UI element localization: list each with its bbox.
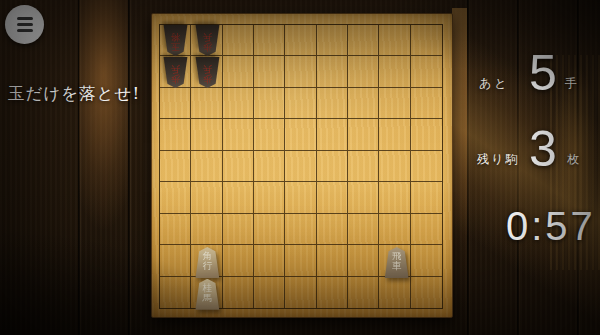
shogi-piece-8h[interactable]: 角行 xyxy=(194,247,221,278)
board-cell xyxy=(223,119,254,150)
board-cell xyxy=(411,88,442,119)
board-cell xyxy=(223,214,254,245)
board-cell xyxy=(160,182,191,213)
board-cell xyxy=(317,88,348,119)
board-cell xyxy=(348,88,379,119)
board-grid: 玉将歩兵歩兵歩兵角行飛車桂馬 xyxy=(159,24,443,309)
remaining-pieces-value: 3 xyxy=(529,124,557,174)
board-cell xyxy=(317,119,348,150)
board-cell xyxy=(379,151,410,182)
board-cell xyxy=(223,56,254,87)
background-plank-seam xyxy=(128,0,130,335)
board-cell xyxy=(254,245,285,276)
board-cell xyxy=(411,151,442,182)
board-cell xyxy=(223,245,254,276)
board-cell xyxy=(254,214,285,245)
board-cell xyxy=(191,182,222,213)
board-cell xyxy=(160,277,191,308)
board-cell xyxy=(348,277,379,308)
board-cell xyxy=(411,245,442,276)
shogi-piece-8i[interactable]: 桂馬 xyxy=(194,279,221,310)
board-cell xyxy=(160,214,191,245)
board-cell xyxy=(317,182,348,213)
board-cell xyxy=(348,245,379,276)
board-cell xyxy=(348,25,379,56)
board-cell xyxy=(379,277,410,308)
board-cell xyxy=(191,119,222,150)
board-cell xyxy=(379,88,410,119)
board-cell xyxy=(160,88,191,119)
board-cell xyxy=(191,151,222,182)
board-cell xyxy=(285,88,316,119)
hamburger-menu-icon xyxy=(17,17,33,20)
shogi-piece-2h[interactable]: 飛車 xyxy=(383,247,410,278)
shogi-board[interactable]: 玉将歩兵歩兵歩兵角行飛車桂馬 xyxy=(151,13,453,318)
board-cell xyxy=(317,56,348,87)
instruction-text: 玉だけを落とせ! xyxy=(8,83,153,105)
game-stage: 玉将歩兵歩兵歩兵角行飛車桂馬 玉だけを落とせ! あと 5 手 残り駒 3 枚 0… xyxy=(0,0,600,335)
hamburger-menu-icon xyxy=(17,23,33,26)
board-cell xyxy=(411,119,442,150)
board-cell xyxy=(285,119,316,150)
shogi-piece-9b[interactable]: 歩兵 xyxy=(162,57,189,88)
board-cell xyxy=(254,151,285,182)
board-cell xyxy=(411,25,442,56)
board-cell xyxy=(379,25,410,56)
board-cell xyxy=(223,25,254,56)
remaining-pieces-suffix: 枚 xyxy=(567,151,582,168)
shogi-piece-8b[interactable]: 歩兵 xyxy=(194,57,221,88)
background-lit-plank xyxy=(79,0,128,335)
board-cell xyxy=(160,119,191,150)
board-cell xyxy=(411,182,442,213)
board-cell xyxy=(254,88,285,119)
board-cell xyxy=(411,56,442,87)
board-cell xyxy=(379,182,410,213)
board-cell xyxy=(285,182,316,213)
timer: 0:57 xyxy=(506,206,596,246)
board-cell xyxy=(285,277,316,308)
board-cell xyxy=(223,182,254,213)
hamburger-menu-icon xyxy=(17,29,33,32)
shogi-piece-9a[interactable]: 玉将 xyxy=(162,25,189,56)
board-cell xyxy=(191,88,222,119)
remaining-pieces-prefix: 残り駒 xyxy=(477,151,519,168)
board-cell xyxy=(348,56,379,87)
board-cell xyxy=(254,182,285,213)
board-cell xyxy=(160,245,191,276)
board-cell xyxy=(285,151,316,182)
moves-left-value: 5 xyxy=(529,48,557,98)
board-cell xyxy=(254,56,285,87)
board-cell xyxy=(285,25,316,56)
shogi-piece-8a[interactable]: 歩兵 xyxy=(194,25,221,56)
board-cell xyxy=(379,56,410,87)
board-cell xyxy=(379,214,410,245)
board-cell xyxy=(317,214,348,245)
board-cell xyxy=(348,214,379,245)
board-cell xyxy=(317,25,348,56)
board-cell xyxy=(160,151,191,182)
board-cell xyxy=(285,56,316,87)
moves-left-prefix: あと xyxy=(479,75,510,92)
board-cell xyxy=(317,151,348,182)
board-cell xyxy=(223,151,254,182)
board-cell xyxy=(317,277,348,308)
board-cell xyxy=(348,151,379,182)
board-cell xyxy=(285,245,316,276)
board-cell xyxy=(348,182,379,213)
board-cell xyxy=(223,277,254,308)
board-cell xyxy=(317,245,348,276)
board-cell xyxy=(285,214,316,245)
board-cell xyxy=(254,25,285,56)
board-cell xyxy=(191,214,222,245)
board-cell xyxy=(411,214,442,245)
board-cell xyxy=(223,88,254,119)
board-cell xyxy=(254,119,285,150)
board-cell xyxy=(379,119,410,150)
moves-left-suffix: 手 xyxy=(565,75,580,92)
menu-button[interactable] xyxy=(5,5,44,44)
board-cell xyxy=(348,119,379,150)
board-cell xyxy=(254,277,285,308)
board-cell xyxy=(411,277,442,308)
